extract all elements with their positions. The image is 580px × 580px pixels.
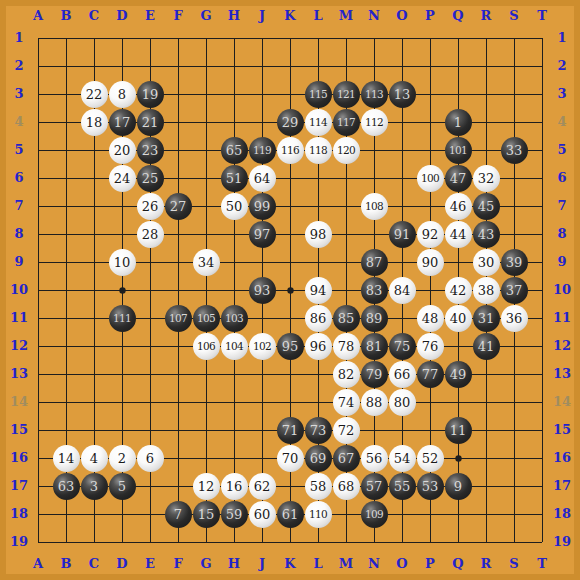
stone-Q11-move-40[interactable]: 40 bbox=[445, 305, 472, 332]
coordinate-label-Q: Q bbox=[444, 556, 472, 572]
coordinate-label-S: S bbox=[500, 8, 528, 24]
stone-L16-move-69[interactable]: 69 bbox=[305, 445, 332, 472]
stone-F11-move-107[interactable]: 107 bbox=[165, 305, 192, 332]
stone-L10-move-94[interactable]: 94 bbox=[305, 277, 332, 304]
top-coordinate-labels: ABCDEFGHJKLMNOPQRST bbox=[24, 8, 556, 24]
coordinate-label-P: P bbox=[416, 556, 444, 572]
stone-L12-move-96[interactable]: 96 bbox=[305, 333, 332, 360]
stone-N17-move-57[interactable]: 57 bbox=[361, 473, 388, 500]
stone-D11-move-111[interactable]: 111 bbox=[109, 305, 136, 332]
coordinate-label-P: P bbox=[416, 8, 444, 24]
stone-D3-move-8[interactable]: 8 bbox=[109, 81, 136, 108]
stone-R8-move-43[interactable]: 43 bbox=[473, 221, 500, 248]
stone-H17-move-16[interactable]: 16 bbox=[221, 473, 248, 500]
stone-J5-move-119[interactable]: 119 bbox=[249, 137, 276, 164]
stone-B17-move-63[interactable]: 63 bbox=[53, 473, 80, 500]
stone-N11-move-89[interactable]: 89 bbox=[361, 305, 388, 332]
stone-G18-move-15[interactable]: 15 bbox=[193, 501, 220, 528]
stone-Q13-move-49[interactable]: 49 bbox=[445, 361, 472, 388]
stone-Q7-move-46[interactable]: 46 bbox=[445, 193, 472, 220]
stone-Q17-move-9[interactable]: 9 bbox=[445, 473, 472, 500]
stone-N18-move-109[interactable]: 109 bbox=[361, 501, 388, 528]
stone-G11-move-105[interactable]: 105 bbox=[193, 305, 220, 332]
stone-E5-move-23[interactable]: 23 bbox=[137, 137, 164, 164]
bottom-coordinate-labels: ABCDEFGHJKLMNOPQRST bbox=[24, 556, 556, 572]
stone-L5-move-118[interactable]: 118 bbox=[305, 137, 332, 164]
stone-E7-move-26[interactable]: 26 bbox=[137, 193, 164, 220]
stone-L15-move-73[interactable]: 73 bbox=[305, 417, 332, 444]
coordinate-label-N: N bbox=[360, 8, 388, 24]
stone-M15-move-72[interactable]: 72 bbox=[333, 417, 360, 444]
stone-L18-move-110[interactable]: 110 bbox=[305, 501, 332, 528]
stone-N12-move-81[interactable]: 81 bbox=[361, 333, 388, 360]
goban: ABCDEFGHJKLMNOPQRST ABCDEFGHJKLMNOPQRST … bbox=[0, 0, 580, 580]
stone-E4-move-21[interactable]: 21 bbox=[137, 109, 164, 136]
stone-L8-move-98[interactable]: 98 bbox=[305, 221, 332, 248]
stone-O12-move-75[interactable]: 75 bbox=[389, 333, 416, 360]
stone-D16-move-2[interactable]: 2 bbox=[109, 445, 136, 472]
stone-O16-move-54[interactable]: 54 bbox=[389, 445, 416, 472]
stone-O10-move-84[interactable]: 84 bbox=[389, 277, 416, 304]
stone-R10-move-38[interactable]: 38 bbox=[473, 277, 500, 304]
stone-P8-move-92[interactable]: 92 bbox=[417, 221, 444, 248]
stone-B16-move-14[interactable]: 14 bbox=[53, 445, 80, 472]
stone-J12-move-102[interactable]: 102 bbox=[249, 333, 276, 360]
stone-Q10-move-42[interactable]: 42 bbox=[445, 277, 472, 304]
stone-M17-move-68[interactable]: 68 bbox=[333, 473, 360, 500]
stone-N4-move-112[interactable]: 112 bbox=[361, 109, 388, 136]
coordinate-label-J: J bbox=[248, 556, 276, 572]
stone-M11-move-85[interactable]: 85 bbox=[333, 305, 360, 332]
stone-D17-move-5[interactable]: 5 bbox=[109, 473, 136, 500]
stone-N14-move-88[interactable]: 88 bbox=[361, 389, 388, 416]
stone-P16-move-52[interactable]: 52 bbox=[417, 445, 444, 472]
stone-E8-move-28[interactable]: 28 bbox=[137, 221, 164, 248]
stone-S5-move-33[interactable]: 33 bbox=[501, 137, 528, 164]
coordinate-label-R: R bbox=[472, 556, 500, 572]
stone-H11-move-103[interactable]: 103 bbox=[221, 305, 248, 332]
stone-K12-move-95[interactable]: 95 bbox=[277, 333, 304, 360]
stone-P6-move-100[interactable]: 100 bbox=[417, 165, 444, 192]
coordinate-label-A: A bbox=[24, 556, 52, 572]
coordinate-label-T: T bbox=[528, 8, 556, 24]
coordinate-label-H: H bbox=[220, 8, 248, 24]
coordinate-label-D: D bbox=[108, 556, 136, 572]
board-intersections[interactable]: 1234567891011121314151617181920212223242… bbox=[24, 24, 556, 556]
stone-N13-move-79[interactable]: 79 bbox=[361, 361, 388, 388]
stone-Q6-move-47[interactable]: 47 bbox=[445, 165, 472, 192]
stone-O14-move-80[interactable]: 80 bbox=[389, 389, 416, 416]
stone-J7-move-99[interactable]: 99 bbox=[249, 193, 276, 220]
stone-D4-move-17[interactable]: 17 bbox=[109, 109, 136, 136]
stone-N10-move-83[interactable]: 83 bbox=[361, 277, 388, 304]
stone-J6-move-64[interactable]: 64 bbox=[249, 165, 276, 192]
stone-D9-move-10[interactable]: 10 bbox=[109, 249, 136, 276]
coordinate-label-B: B bbox=[52, 556, 80, 572]
coordinate-label-F: F bbox=[164, 556, 192, 572]
stone-M5-move-120[interactable]: 120 bbox=[333, 137, 360, 164]
stone-F18-move-7[interactable]: 7 bbox=[165, 501, 192, 528]
stone-G9-move-34[interactable]: 34 bbox=[193, 249, 220, 276]
coordinate-label-O: O bbox=[388, 556, 416, 572]
coordinate-label-N: N bbox=[360, 556, 388, 572]
stone-R12-move-41[interactable]: 41 bbox=[473, 333, 500, 360]
stone-L11-move-86[interactable]: 86 bbox=[305, 305, 332, 332]
stone-M13-move-82[interactable]: 82 bbox=[333, 361, 360, 388]
stone-O3-move-13[interactable]: 13 bbox=[389, 81, 416, 108]
stone-O8-move-91[interactable]: 91 bbox=[389, 221, 416, 248]
stone-R9-move-30[interactable]: 30 bbox=[473, 249, 500, 276]
stone-D6-move-24[interactable]: 24 bbox=[109, 165, 136, 192]
stone-P11-move-48[interactable]: 48 bbox=[417, 305, 444, 332]
coordinate-label-E: E bbox=[136, 8, 164, 24]
coordinate-label-T: T bbox=[528, 556, 556, 572]
stone-Q5-move-101[interactable]: 101 bbox=[445, 137, 472, 164]
stone-N3-move-113[interactable]: 113 bbox=[361, 81, 388, 108]
coordinate-label-L: L bbox=[304, 8, 332, 24]
stone-O13-move-66[interactable]: 66 bbox=[389, 361, 416, 388]
stone-H7-move-50[interactable]: 50 bbox=[221, 193, 248, 220]
stone-E6-move-25[interactable]: 25 bbox=[137, 165, 164, 192]
coordinate-label-G: G bbox=[192, 8, 220, 24]
stone-Q8-move-44[interactable]: 44 bbox=[445, 221, 472, 248]
stone-M16-move-67[interactable]: 67 bbox=[333, 445, 360, 472]
coordinate-label-A: A bbox=[24, 8, 52, 24]
stone-J10-move-93[interactable]: 93 bbox=[249, 277, 276, 304]
coordinate-label-Q: Q bbox=[444, 8, 472, 24]
stone-N7-move-108[interactable]: 108 bbox=[361, 193, 388, 220]
stone-S9-move-39[interactable]: 39 bbox=[501, 249, 528, 276]
stone-R7-move-45[interactable]: 45 bbox=[473, 193, 500, 220]
coordinate-label-O: O bbox=[388, 8, 416, 24]
stone-M12-move-78[interactable]: 78 bbox=[333, 333, 360, 360]
coordinate-label-S: S bbox=[500, 556, 528, 572]
stone-S10-move-37[interactable]: 37 bbox=[501, 277, 528, 304]
coordinate-label-C: C bbox=[80, 8, 108, 24]
stone-E16-move-6[interactable]: 6 bbox=[137, 445, 164, 472]
stone-R6-move-32[interactable]: 32 bbox=[473, 165, 500, 192]
stone-C4-move-18[interactable]: 18 bbox=[81, 109, 108, 136]
stone-P12-move-76[interactable]: 76 bbox=[417, 333, 444, 360]
coordinate-label-M: M bbox=[332, 556, 360, 572]
stone-E3-move-19[interactable]: 19 bbox=[137, 81, 164, 108]
stone-K5-move-116[interactable]: 116 bbox=[277, 137, 304, 164]
coordinate-label-R: R bbox=[472, 8, 500, 24]
stone-K18-move-61[interactable]: 61 bbox=[277, 501, 304, 528]
stone-C3-move-22[interactable]: 22 bbox=[81, 81, 108, 108]
coordinate-label-K: K bbox=[276, 556, 304, 572]
stone-Q15-move-11[interactable]: 11 bbox=[445, 417, 472, 444]
stone-J18-move-60[interactable]: 60 bbox=[249, 501, 276, 528]
stone-K4-move-29[interactable]: 29 bbox=[277, 109, 304, 136]
stone-G17-move-12[interactable]: 12 bbox=[193, 473, 220, 500]
stone-M14-move-74[interactable]: 74 bbox=[333, 389, 360, 416]
stone-L3-move-115[interactable]: 115 bbox=[305, 81, 332, 108]
stone-H18-move-59[interactable]: 59 bbox=[221, 501, 248, 528]
coordinate-label-L: L bbox=[304, 556, 332, 572]
stone-C16-move-4[interactable]: 4 bbox=[81, 445, 108, 472]
stone-F7-move-27[interactable]: 27 bbox=[165, 193, 192, 220]
coordinate-label-K: K bbox=[276, 8, 304, 24]
stone-Q4-move-1[interactable]: 1 bbox=[445, 109, 472, 136]
stone-R11-move-31[interactable]: 31 bbox=[473, 305, 500, 332]
stone-P17-move-53[interactable]: 53 bbox=[417, 473, 444, 500]
stone-H12-move-104[interactable]: 104 bbox=[221, 333, 248, 360]
coordinate-label-M: M bbox=[332, 8, 360, 24]
stone-J8-move-97[interactable]: 97 bbox=[249, 221, 276, 248]
stone-S11-move-36[interactable]: 36 bbox=[501, 305, 528, 332]
stone-L4-move-114[interactable]: 114 bbox=[305, 109, 332, 136]
stone-J17-move-62[interactable]: 62 bbox=[249, 473, 276, 500]
stone-P9-move-90[interactable]: 90 bbox=[417, 249, 444, 276]
coordinate-label-E: E bbox=[136, 556, 164, 572]
coordinate-label-C: C bbox=[80, 556, 108, 572]
stone-P13-move-77[interactable]: 77 bbox=[417, 361, 444, 388]
stone-K16-move-70[interactable]: 70 bbox=[277, 445, 304, 472]
stone-O17-move-55[interactable]: 55 bbox=[389, 473, 416, 500]
coordinate-label-J: J bbox=[248, 8, 276, 24]
stone-D5-move-20[interactable]: 20 bbox=[109, 137, 136, 164]
stone-M3-move-121[interactable]: 121 bbox=[333, 81, 360, 108]
coordinate-label-B: B bbox=[52, 8, 80, 24]
stone-G12-move-106[interactable]: 106 bbox=[193, 333, 220, 360]
coordinate-label-G: G bbox=[192, 556, 220, 572]
stone-N9-move-87[interactable]: 87 bbox=[361, 249, 388, 276]
coordinate-label-F: F bbox=[164, 8, 192, 24]
stone-H5-move-65[interactable]: 65 bbox=[221, 137, 248, 164]
stone-H6-move-51[interactable]: 51 bbox=[221, 165, 248, 192]
stone-N16-move-56[interactable]: 56 bbox=[361, 445, 388, 472]
stone-K15-move-71[interactable]: 71 bbox=[277, 417, 304, 444]
stone-L17-move-58[interactable]: 58 bbox=[305, 473, 332, 500]
stone-M4-move-117[interactable]: 117 bbox=[333, 109, 360, 136]
stone-C17-move-3[interactable]: 3 bbox=[81, 473, 108, 500]
coordinate-label-H: H bbox=[220, 556, 248, 572]
coordinate-label-D: D bbox=[108, 8, 136, 24]
